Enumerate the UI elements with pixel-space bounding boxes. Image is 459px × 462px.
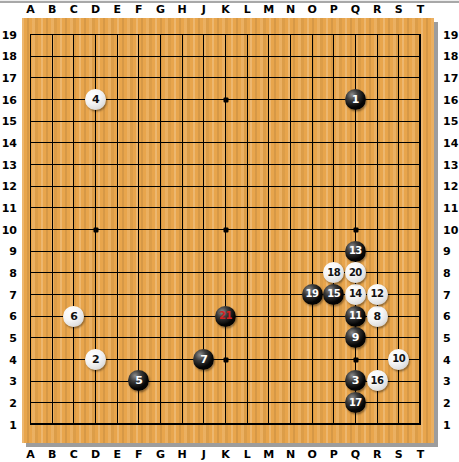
column-label-bottom: G [156, 448, 165, 461]
go-board-window: ABCDEFGHJKLMNOPQRST ABCDEFGHJKLMNOPQRST … [0, 0, 459, 462]
row-label-right: 4 [443, 353, 459, 366]
column-label-top: R [373, 3, 381, 16]
stone-17-black-Q2[interactable]: 17 [345, 392, 366, 413]
column-label-top: L [244, 3, 251, 16]
row-label-right: 7 [443, 288, 459, 301]
row-label-left: 19 [0, 28, 17, 41]
stone-3-black-Q3[interactable]: 3 [345, 370, 366, 391]
row-label-right: 9 [443, 245, 459, 258]
row-label-right: 15 [443, 115, 459, 128]
column-label-top: E [113, 3, 121, 16]
column-label-top: C [70, 3, 78, 16]
stone-15-black-P7[interactable]: 15 [323, 284, 344, 305]
stone-8-white-R6[interactable]: 8 [367, 306, 388, 327]
column-label-bottom: M [263, 448, 274, 461]
column-label-top: O [307, 3, 316, 16]
stone-6-white-C6[interactable]: 6 [63, 306, 84, 327]
column-label-bottom: O [307, 448, 316, 461]
stone-number: 20 [349, 268, 362, 278]
column-label-top: F [135, 3, 143, 16]
stone-7-black-J4[interactable]: 7 [193, 349, 214, 370]
stones-layer: 123456789101112131415161718192021 [20, 24, 431, 435]
stone-number: 15 [327, 289, 340, 299]
stone-number: 16 [371, 376, 384, 386]
stone-13-black-Q9[interactable]: 13 [345, 241, 366, 262]
row-label-left: 3 [0, 375, 17, 388]
stone-number: 21 [219, 311, 232, 321]
row-label-left: 18 [0, 50, 17, 63]
stone-number: 18 [327, 268, 340, 278]
stone-number: 11 [349, 311, 362, 321]
row-label-right: 2 [443, 396, 459, 409]
column-label-top: M [263, 3, 274, 16]
row-label-right: 14 [443, 136, 459, 149]
column-label-bottom: D [91, 448, 100, 461]
row-label-right: 18 [443, 50, 459, 63]
stone-number: 12 [371, 289, 384, 299]
row-label-right: 16 [443, 93, 459, 106]
stone-number: 2 [92, 354, 99, 365]
stone-16-white-R3[interactable]: 16 [367, 370, 388, 391]
column-label-top: G [156, 3, 165, 16]
row-label-right: 11 [443, 201, 459, 214]
column-label-bottom: T [417, 448, 425, 461]
stone-4-white-D16[interactable]: 4 [85, 89, 106, 110]
stone-number: 7 [200, 354, 207, 365]
column-label-bottom: R [373, 448, 381, 461]
column-label-top: N [286, 3, 295, 16]
row-label-right: 6 [443, 310, 459, 323]
stone-number: 6 [70, 311, 77, 322]
row-label-left: 7 [0, 288, 17, 301]
row-label-left: 6 [0, 310, 17, 323]
column-label-bottom: N [286, 448, 295, 461]
column-label-top: B [48, 3, 56, 16]
stone-number: 8 [373, 311, 380, 322]
stone-5-black-F3[interactable]: 5 [128, 370, 149, 391]
row-label-right: 19 [443, 28, 459, 41]
row-label-right: 12 [443, 180, 459, 193]
stone-20-white-Q8[interactable]: 20 [345, 262, 366, 283]
column-label-bottom: E [113, 448, 121, 461]
column-label-top: J [202, 3, 206, 16]
stone-number: 13 [349, 246, 362, 256]
stone-number: 5 [135, 375, 142, 386]
stone-1-black-Q16[interactable]: 1 [345, 89, 366, 110]
column-label-bottom: P [330, 448, 338, 461]
column-label-bottom: J [202, 448, 206, 461]
row-label-left: 12 [0, 180, 17, 193]
row-label-right: 13 [443, 158, 459, 171]
stone-10-white-S4[interactable]: 10 [388, 349, 409, 370]
row-label-left: 1 [0, 418, 17, 431]
goban[interactable]: 123456789101112131415161718192021 [22, 18, 434, 443]
row-label-right: 8 [443, 266, 459, 279]
row-label-left: 17 [0, 71, 17, 84]
stone-number: 19 [306, 289, 319, 299]
stone-9-black-Q5[interactable]: 9 [345, 327, 366, 348]
stone-21-black-K6[interactable]: 21 [215, 306, 236, 327]
stone-18-white-P8[interactable]: 18 [323, 262, 344, 283]
row-label-left: 10 [0, 223, 17, 236]
column-label-top: S [395, 3, 403, 16]
stone-2-white-D4[interactable]: 2 [85, 349, 106, 370]
stone-number: 14 [349, 289, 362, 299]
column-label-top: H [178, 3, 187, 16]
stone-number: 1 [352, 94, 359, 105]
stone-19-black-O7[interactable]: 19 [302, 284, 323, 305]
column-label-top: K [221, 3, 230, 16]
stone-number: 4 [92, 94, 99, 105]
row-label-left: 5 [0, 331, 17, 344]
column-label-bottom: L [244, 448, 251, 461]
stone-11-black-Q6[interactable]: 11 [345, 306, 366, 327]
column-label-bottom: S [395, 448, 403, 461]
row-label-left: 2 [0, 396, 17, 409]
stone-14-white-Q7[interactable]: 14 [345, 284, 366, 305]
column-label-top: P [330, 3, 338, 16]
row-label-left: 9 [0, 245, 17, 258]
row-label-left: 16 [0, 93, 17, 106]
row-label-right: 3 [443, 375, 459, 388]
column-label-bottom: C [70, 448, 78, 461]
row-label-right: 10 [443, 223, 459, 236]
row-label-left: 14 [0, 136, 17, 149]
column-label-top: D [91, 3, 100, 16]
row-label-right: 17 [443, 71, 459, 84]
row-label-left: 8 [0, 266, 17, 279]
column-label-bottom: A [26, 448, 35, 461]
stone-number: 3 [352, 375, 359, 386]
column-label-top: A [26, 3, 35, 16]
column-label-top: T [417, 3, 425, 16]
stone-number: 9 [352, 332, 359, 343]
column-label-top: Q [351, 3, 360, 16]
row-label-left: 11 [0, 201, 17, 214]
stone-number: 10 [392, 354, 405, 364]
row-label-left: 13 [0, 158, 17, 171]
stone-12-white-R7[interactable]: 12 [367, 284, 388, 305]
column-label-bottom: B [48, 448, 56, 461]
stone-number: 17 [349, 398, 362, 408]
row-label-left: 4 [0, 353, 17, 366]
row-label-right: 1 [443, 418, 459, 431]
column-label-bottom: K [221, 448, 230, 461]
row-label-right: 5 [443, 331, 459, 344]
column-label-bottom: Q [351, 448, 360, 461]
column-label-bottom: F [135, 448, 143, 461]
row-label-left: 15 [0, 115, 17, 128]
column-label-bottom: H [178, 448, 187, 461]
